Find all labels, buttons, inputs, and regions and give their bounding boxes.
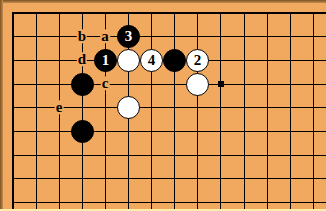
grid-line-vertical (12, 12, 14, 211)
black-stone (71, 120, 94, 143)
point-label-a: a (100, 29, 110, 43)
grid-line-vertical (151, 12, 152, 211)
white-stone (117, 49, 140, 72)
board-frame-left (0, 0, 3, 211)
black-stone (163, 49, 186, 72)
black-stone-move-1: 1 (94, 49, 117, 72)
bottom-edge-highlight (0, 209, 326, 211)
grid-line-vertical (36, 12, 37, 211)
grid-line-vertical (290, 12, 291, 211)
grid-line-vertical (267, 12, 268, 211)
black-stone-move-3: 3 (117, 25, 140, 48)
stone-move-number: 3 (125, 29, 133, 44)
black-stone (71, 73, 94, 96)
grid-line-vertical (244, 12, 245, 211)
stone-move-number: 1 (102, 53, 110, 68)
stone-move-number: 4 (148, 53, 156, 68)
go-diagram: 3142badce (0, 0, 326, 211)
point-label-d: d (77, 52, 87, 66)
grid-line-vertical (174, 12, 175, 211)
grid-line-vertical (220, 12, 221, 211)
point-label-b: b (77, 29, 87, 43)
point-label-c: c (101, 76, 110, 90)
hoshi-square-marker (218, 81, 224, 87)
stone-move-number: 2 (194, 53, 202, 68)
board-frame-top (0, 0, 326, 3)
white-stone (186, 73, 209, 96)
grid-line-vertical (197, 12, 198, 211)
grid-line-vertical (313, 12, 314, 211)
point-label-e: e (55, 100, 64, 114)
white-stone-move-2: 2 (186, 49, 209, 72)
white-stone (117, 96, 140, 119)
white-stone-move-4: 4 (140, 49, 163, 72)
